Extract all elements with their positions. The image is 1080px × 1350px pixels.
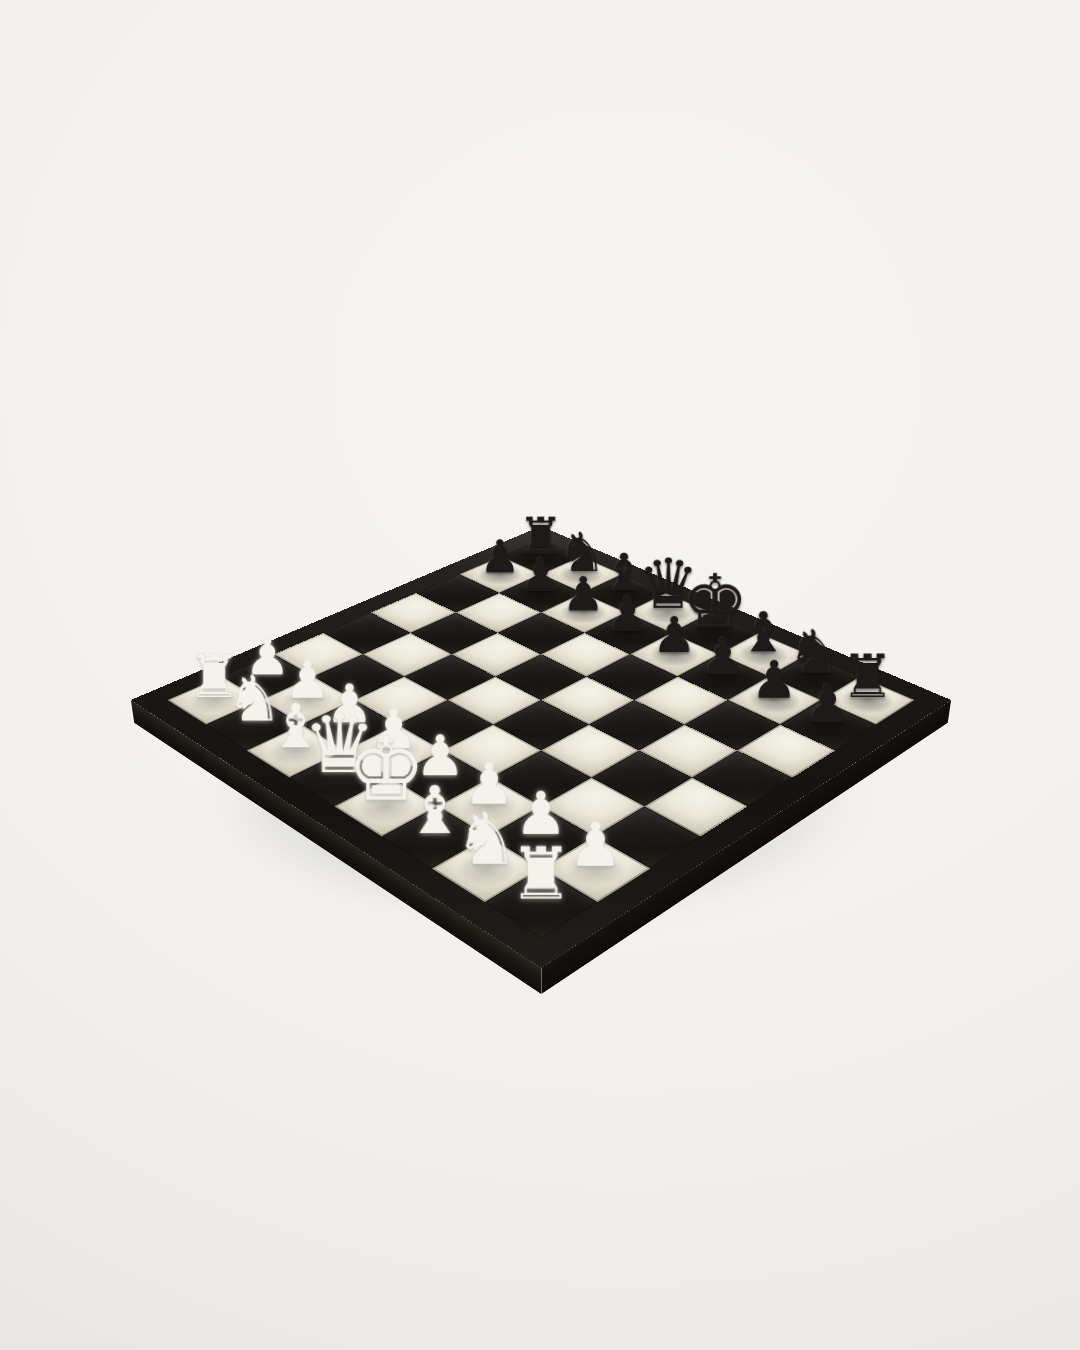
piece-glyph: ♜ (457, 840, 626, 909)
product-photo: ♜♞♝♛♚♝♞♜♟♟♟♟♟♟♟♟♟♟♟♟♟♟♟♟♜♞♝♛♚♝♞♜ (0, 0, 1080, 1350)
chess-board: ♜♞♝♛♚♝♞♜♟♟♟♟♟♟♟♟♟♟♟♟♟♟♟♟♜♞♝♛♚♝♞♜ (131, 526, 951, 968)
board-grid: ♜♞♝♛♚♝♞♜♟♟♟♟♟♟♟♟♟♟♟♟♟♟♟♟♜♞♝♛♚♝♞♜ (168, 539, 915, 938)
piece-glyph: ♟ (756, 679, 899, 730)
square-h1: ♜ (485, 868, 597, 938)
scene-3d: ♜♞♝♛♚♝♞♜♟♟♟♟♟♟♟♟♟♟♟♟♟♟♟♟♜♞♝♛♚♝♞♜ (0, 0, 1080, 1350)
